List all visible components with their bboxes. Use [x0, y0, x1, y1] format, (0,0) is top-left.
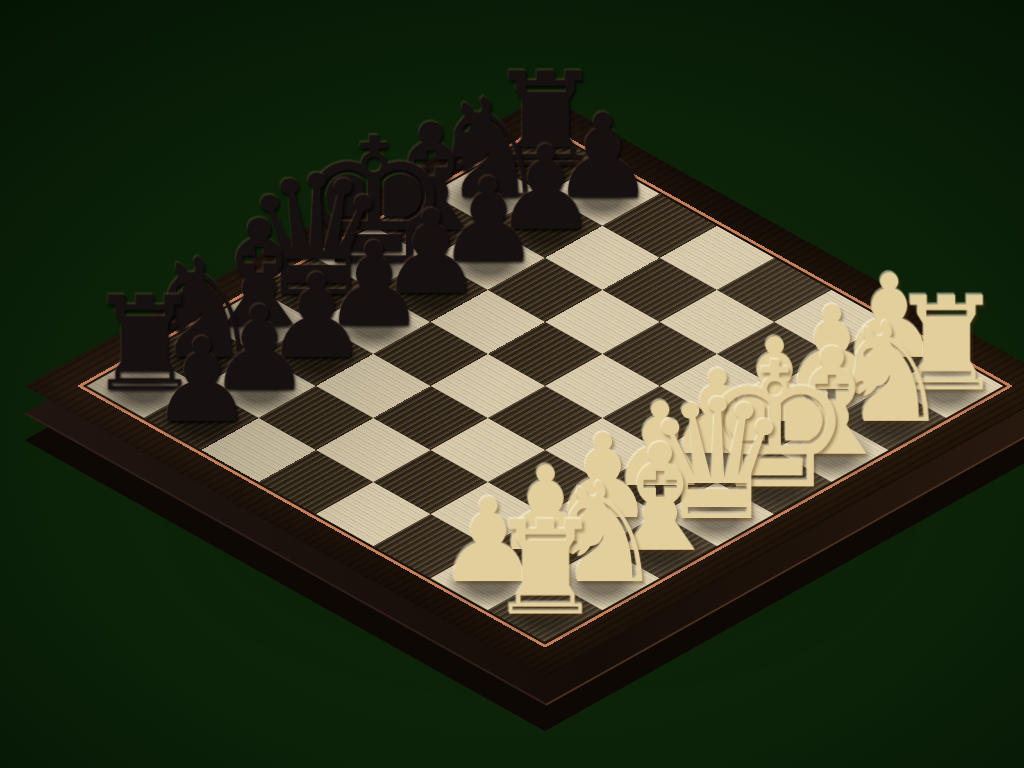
scene: ♜♞♝♛♚♝♞♜♟♟♟♟♟♟♟♟♟♟♟♟♟♟♟♟♜♞♝♛♚♝♞♜ — [0, 0, 1024, 768]
square-a1[interactable]: ♜ — [488, 578, 603, 642]
white-rook-a1[interactable]: ♜ — [487, 504, 604, 634]
black-pawn-a7[interactable]: ♟ — [149, 323, 253, 439]
